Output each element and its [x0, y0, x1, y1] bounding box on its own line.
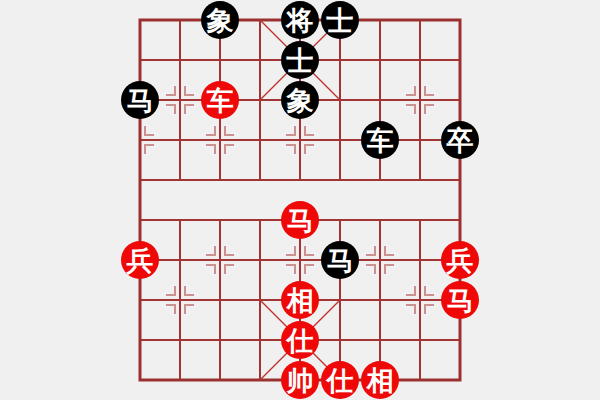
- piece-black-general[interactable]: 将: [281, 1, 319, 39]
- piece-black-horse[interactable]: 马: [121, 81, 159, 119]
- piece-red-general[interactable]: 帅: [281, 361, 319, 399]
- pieces-layer: 象将士士马车象车卒马兵马兵相马仕帅仕相: [120, 0, 480, 400]
- piece-red-horse[interactable]: 马: [281, 201, 319, 239]
- piece-red-soldier[interactable]: 兵: [441, 241, 479, 279]
- piece-black-soldier[interactable]: 卒: [441, 121, 479, 159]
- piece-black-elephant[interactable]: 象: [281, 81, 319, 119]
- piece-red-elephant[interactable]: 相: [281, 281, 319, 319]
- piece-red-chariot[interactable]: 车: [201, 81, 239, 119]
- piece-black-advisor[interactable]: 士: [321, 1, 359, 39]
- piece-red-soldier[interactable]: 兵: [121, 241, 159, 279]
- piece-red-horse[interactable]: 马: [441, 281, 479, 319]
- piece-red-elephant[interactable]: 相: [361, 361, 399, 399]
- piece-black-horse[interactable]: 马: [321, 241, 359, 279]
- piece-black-chariot[interactable]: 车: [361, 121, 399, 159]
- piece-black-advisor[interactable]: 士: [281, 41, 319, 79]
- xiangqi-screen: 象将士士马车象车卒马兵马兵相马仕帅仕相: [0, 0, 600, 400]
- piece-black-elephant[interactable]: 象: [201, 1, 239, 39]
- piece-red-advisor[interactable]: 仕: [281, 321, 319, 359]
- piece-red-advisor[interactable]: 仕: [321, 361, 359, 399]
